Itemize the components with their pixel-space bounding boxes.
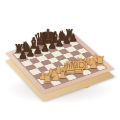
chess-set-scene: ♜♞♝♛♚♝♞♜♟♟♟♟♟♟♟♟♟♟♟♟♟♟♟♟♜♞♝♛♚♝♞♜ <box>0 0 120 120</box>
